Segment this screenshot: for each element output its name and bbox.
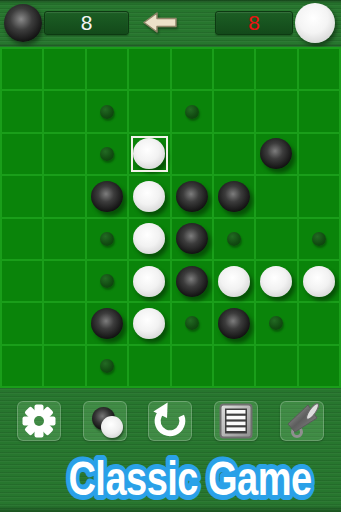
black-piece bbox=[176, 223, 208, 254]
megaphone-icon bbox=[281, 402, 323, 440]
board-cell-b8[interactable] bbox=[44, 346, 84, 386]
board-cell-g6[interactable] bbox=[256, 261, 296, 301]
gear-icon bbox=[21, 403, 57, 439]
white-player-disc bbox=[295, 3, 335, 43]
board-cell-e6[interactable] bbox=[172, 261, 212, 301]
black-piece bbox=[218, 308, 250, 339]
board-cell-f1[interactable] bbox=[214, 49, 254, 89]
board-cell-a1[interactable] bbox=[2, 49, 42, 89]
board-cell-g3[interactable] bbox=[256, 134, 296, 174]
board-cell-g8[interactable] bbox=[256, 346, 296, 386]
board-cell-f5[interactable] bbox=[214, 219, 254, 259]
legal-move-hint bbox=[100, 105, 114, 119]
white-piece bbox=[133, 266, 165, 297]
legal-move-hint bbox=[100, 359, 114, 373]
board-cell-c5[interactable] bbox=[87, 219, 127, 259]
board-cell-d6[interactable] bbox=[129, 261, 169, 301]
white-score-box: 8 bbox=[215, 11, 293, 35]
board-cell-g5[interactable] bbox=[256, 219, 296, 259]
board-cell-a7[interactable] bbox=[2, 303, 42, 343]
legal-move-hint bbox=[227, 232, 241, 246]
board-cell-a2[interactable] bbox=[2, 91, 42, 131]
board-cell-f8[interactable] bbox=[214, 346, 254, 386]
board-cell-g7[interactable] bbox=[256, 303, 296, 343]
black-score-box: 8 bbox=[44, 11, 129, 35]
board-cell-d8[interactable] bbox=[129, 346, 169, 386]
white-piece bbox=[260, 266, 292, 297]
board-cell-d1[interactable] bbox=[129, 49, 169, 89]
board-cell-b2[interactable] bbox=[44, 91, 84, 131]
board-cell-c8[interactable] bbox=[87, 346, 127, 386]
white-score: 8 bbox=[248, 12, 260, 33]
board-cell-d4[interactable] bbox=[129, 176, 169, 216]
legal-move-hint bbox=[100, 274, 114, 288]
announce-button[interactable] bbox=[280, 401, 324, 441]
turn-arrow-icon bbox=[142, 11, 178, 34]
board-cell-a5[interactable] bbox=[2, 219, 42, 259]
undo-button[interactable] bbox=[148, 401, 192, 441]
legal-move-hint bbox=[100, 147, 114, 161]
move-list-button[interactable] bbox=[214, 401, 258, 441]
black-piece bbox=[91, 308, 123, 339]
board-cell-d3[interactable] bbox=[129, 134, 169, 174]
board-cell-c2[interactable] bbox=[87, 91, 127, 131]
legal-move-hint bbox=[269, 316, 283, 330]
black-piece bbox=[260, 138, 292, 169]
black-piece bbox=[176, 266, 208, 297]
footer: Classic Game bbox=[0, 450, 341, 512]
toolbar bbox=[0, 388, 341, 454]
board-cell-e4[interactable] bbox=[172, 176, 212, 216]
black-player-disc bbox=[4, 4, 42, 42]
legal-move-hint bbox=[185, 316, 199, 330]
black-score: 8 bbox=[81, 12, 93, 33]
black-piece bbox=[218, 181, 250, 212]
white-piece bbox=[218, 266, 250, 297]
board-cell-b1[interactable] bbox=[44, 49, 84, 89]
board-cell-h7[interactable] bbox=[299, 303, 339, 343]
board-cell-a3[interactable] bbox=[2, 134, 42, 174]
status-bar: 8 8 bbox=[0, 0, 341, 46]
board-cell-h6[interactable] bbox=[299, 261, 339, 301]
board-cell-d2[interactable] bbox=[129, 91, 169, 131]
board-cell-e2[interactable] bbox=[172, 91, 212, 131]
board-cell-d5[interactable] bbox=[129, 219, 169, 259]
board-cell-b7[interactable] bbox=[44, 303, 84, 343]
board-cell-c4[interactable] bbox=[87, 176, 127, 216]
board-cell-a8[interactable] bbox=[2, 346, 42, 386]
board-cell-f6[interactable] bbox=[214, 261, 254, 301]
board-cell-b6[interactable] bbox=[44, 261, 84, 301]
board-cell-b3[interactable] bbox=[44, 134, 84, 174]
board-cell-e5[interactable] bbox=[172, 219, 212, 259]
board-cell-f4[interactable] bbox=[214, 176, 254, 216]
board-cell-f3[interactable] bbox=[214, 134, 254, 174]
legal-move-hint bbox=[100, 232, 114, 246]
board-cell-f7[interactable] bbox=[214, 303, 254, 343]
white-piece bbox=[133, 181, 165, 212]
game-board bbox=[0, 47, 341, 388]
footer-title-graphic: Classic Game bbox=[0, 450, 341, 512]
board-cell-c6[interactable] bbox=[87, 261, 127, 301]
board-cell-b4[interactable] bbox=[44, 176, 84, 216]
app-screen: { "game": "reversi", "scoreboard": { "bl… bbox=[0, 0, 341, 512]
board-cell-a4[interactable] bbox=[2, 176, 42, 216]
board-cell-e3[interactable] bbox=[172, 134, 212, 174]
board-cell-e7[interactable] bbox=[172, 303, 212, 343]
board-cell-c1[interactable] bbox=[87, 49, 127, 89]
board-cell-h2[interactable] bbox=[299, 91, 339, 131]
board-cell-e8[interactable] bbox=[172, 346, 212, 386]
board-cell-e1[interactable] bbox=[172, 49, 212, 89]
legal-move-hint bbox=[185, 105, 199, 119]
undo-arrow-icon bbox=[151, 402, 189, 440]
board-cell-h4[interactable] bbox=[299, 176, 339, 216]
white-piece bbox=[133, 308, 165, 339]
white-piece bbox=[133, 223, 165, 254]
board-cell-f2[interactable] bbox=[214, 91, 254, 131]
settings-button[interactable] bbox=[17, 401, 61, 441]
board-cell-h5[interactable] bbox=[299, 219, 339, 259]
board-cell-h1[interactable] bbox=[299, 49, 339, 89]
board-cell-g2[interactable] bbox=[256, 91, 296, 131]
board-cell-g1[interactable] bbox=[256, 49, 296, 89]
white-piece bbox=[303, 266, 335, 297]
white-piece bbox=[133, 138, 165, 169]
black-white-discs-icon bbox=[84, 402, 126, 440]
board-cell-a6[interactable] bbox=[2, 261, 42, 301]
board-cell-d7[interactable] bbox=[129, 303, 169, 343]
footer-title: Classic Game bbox=[68, 452, 311, 505]
board-cell-b5[interactable] bbox=[44, 219, 84, 259]
board-cell-h8[interactable] bbox=[299, 346, 339, 386]
disc-style-button[interactable] bbox=[83, 401, 127, 441]
board-cell-c7[interactable] bbox=[87, 303, 127, 343]
list-icon bbox=[219, 403, 253, 439]
black-piece bbox=[91, 181, 123, 212]
legal-move-hint bbox=[312, 232, 326, 246]
white-disc-glyph bbox=[101, 416, 123, 438]
board-cell-g4[interactable] bbox=[256, 176, 296, 216]
board-cell-h3[interactable] bbox=[299, 134, 339, 174]
board-cell-c3[interactable] bbox=[87, 134, 127, 174]
black-piece bbox=[176, 181, 208, 212]
